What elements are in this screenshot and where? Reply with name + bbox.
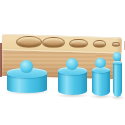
photo-crop-artifact-right (124, 41, 125, 50)
socket-1-largest (16, 36, 42, 48)
product-photo-scene (0, 0, 125, 125)
cylinder-body (92, 70, 110, 97)
knob-ball (20, 60, 33, 73)
cylinder-body (113, 63, 122, 98)
socket-4 (93, 40, 107, 47)
knob-ball (66, 58, 78, 70)
knob-ball (95, 58, 105, 68)
photo-crop-artifact-left (0, 43, 2, 77)
socket-3 (69, 39, 88, 49)
